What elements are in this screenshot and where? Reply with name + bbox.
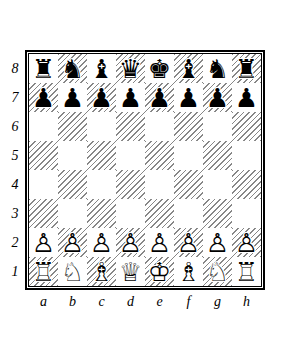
piece-halo: ♟ [29,83,58,112]
piece-halo: ♝ [174,54,203,83]
file-label-b: b [58,293,87,311]
black-bishop-icon: ♝ [87,54,116,83]
black-pawn-icon: ♟ [145,83,174,112]
black-king-icon: ♚ [145,54,174,83]
square-b3[interactable] [58,199,87,228]
square-a6[interactable] [29,112,58,141]
square-a3[interactable] [29,199,58,228]
square-b1[interactable]: ♞♘ [58,257,87,286]
square-c3[interactable] [87,199,116,228]
square-g1[interactable]: ♞♘ [203,257,232,286]
square-b2[interactable]: ♟♙ [58,228,87,257]
piece-halo: ♜ [232,54,261,83]
rank-label-2: 2 [8,228,22,257]
square-d2[interactable]: ♟♙ [116,228,145,257]
square-d6[interactable] [116,112,145,141]
square-a1[interactable]: ♜♖ [29,257,58,286]
square-h8[interactable]: ♜♜ [232,54,261,83]
file-labels: abcdefgh [29,293,261,311]
square-b6[interactable] [58,112,87,141]
square-a4[interactable] [29,170,58,199]
rank-label-7: 7 [8,83,22,112]
piece-halo: ♞ [58,54,87,83]
piece-halo: ♚ [145,257,174,286]
piece-halo: ♟ [116,83,145,112]
square-g7[interactable]: ♟♟ [203,83,232,112]
black-knight-icon: ♞ [58,54,87,83]
piece-halo: ♝ [87,54,116,83]
black-queen-icon: ♛ [116,54,145,83]
square-a2[interactable]: ♟♙ [29,228,58,257]
square-f1[interactable]: ♝♗ [174,257,203,286]
black-knight-icon: ♞ [203,54,232,83]
board-frame: ♜♜♞♞♝♝♛♛♚♚♝♝♞♞♜♜♟♟♟♟♟♟♟♟♟♟♟♟♟♟♟♟♟♙♟♙♟♙♟♙… [25,50,265,290]
file-label-d: d [116,293,145,311]
square-a7[interactable]: ♟♟ [29,83,58,112]
rank-label-4: 4 [8,170,22,199]
piece-halo: ♛ [116,257,145,286]
black-pawn-icon: ♟ [174,83,203,112]
square-d4[interactable] [116,170,145,199]
white-knight-icon: ♘ [203,257,232,286]
square-e7[interactable]: ♟♟ [145,83,174,112]
black-pawn-icon: ♟ [87,83,116,112]
piece-halo: ♟ [116,228,145,257]
piece-halo: ♟ [232,228,261,257]
square-c4[interactable] [87,170,116,199]
square-c8[interactable]: ♝♝ [87,54,116,83]
piece-halo: ♟ [145,228,174,257]
piece-halo: ♝ [87,257,116,286]
square-c2[interactable]: ♟♙ [87,228,116,257]
square-b4[interactable] [58,170,87,199]
square-f6[interactable] [174,112,203,141]
white-pawn-icon: ♙ [232,228,261,257]
square-g8[interactable]: ♞♞ [203,54,232,83]
square-g6[interactable] [203,112,232,141]
piece-halo: ♟ [87,228,116,257]
square-b7[interactable]: ♟♟ [58,83,87,112]
black-rook-icon: ♜ [29,54,58,83]
rank-label-5: 5 [8,141,22,170]
white-rook-icon: ♖ [232,257,261,286]
piece-halo: ♝ [174,257,203,286]
rank-label-8: 8 [8,54,22,83]
piece-halo: ♞ [58,257,87,286]
square-c6[interactable] [87,112,116,141]
white-pawn-icon: ♙ [87,228,116,257]
square-h5[interactable] [232,141,261,170]
square-h2[interactable]: ♟♙ [232,228,261,257]
black-rook-icon: ♜ [232,54,261,83]
square-a8[interactable]: ♜♜ [29,54,58,83]
square-e1[interactable]: ♚♔ [145,257,174,286]
white-pawn-icon: ♙ [58,228,87,257]
white-pawn-icon: ♙ [116,228,145,257]
square-f7[interactable]: ♟♟ [174,83,203,112]
chessboard: ♜♜♞♞♝♝♛♛♚♚♝♝♞♞♜♜♟♟♟♟♟♟♟♟♟♟♟♟♟♟♟♟♟♙♟♙♟♙♟♙… [29,54,261,286]
black-pawn-icon: ♟ [116,83,145,112]
piece-halo: ♟ [232,83,261,112]
square-c1[interactable]: ♝♗ [87,257,116,286]
piece-halo: ♜ [29,54,58,83]
white-pawn-icon: ♙ [29,228,58,257]
piece-halo: ♟ [174,228,203,257]
piece-halo: ♟ [29,228,58,257]
square-d3[interactable] [116,199,145,228]
square-f2[interactable]: ♟♙ [174,228,203,257]
square-h7[interactable]: ♟♟ [232,83,261,112]
square-f8[interactable]: ♝♝ [174,54,203,83]
file-label-h: h [232,293,261,311]
square-g4[interactable] [203,170,232,199]
piece-halo: ♞ [203,257,232,286]
file-label-f: f [174,293,203,311]
piece-halo: ♛ [116,54,145,83]
file-label-c: c [87,293,116,311]
square-h3[interactable] [232,199,261,228]
piece-halo: ♞ [203,54,232,83]
white-bishop-icon: ♗ [87,257,116,286]
piece-halo: ♟ [203,83,232,112]
square-e2[interactable]: ♟♙ [145,228,174,257]
white-bishop-icon: ♗ [174,257,203,286]
white-pawn-icon: ♙ [203,228,232,257]
rank-label-1: 1 [8,257,22,286]
square-e4[interactable] [145,170,174,199]
black-pawn-icon: ♟ [232,83,261,112]
piece-halo: ♟ [203,228,232,257]
chess-diagram: 87654321 ♜♜♞♞♝♝♛♛♚♚♝♝♞♞♜♜♟♟♟♟♟♟♟♟♟♟♟♟♟♟♟… [0,0,290,350]
square-g5[interactable] [203,141,232,170]
white-pawn-icon: ♙ [174,228,203,257]
white-king-icon: ♔ [145,257,174,286]
piece-halo: ♚ [145,54,174,83]
piece-halo: ♟ [174,83,203,112]
square-d5[interactable] [116,141,145,170]
square-d1[interactable]: ♛♕ [116,257,145,286]
white-pawn-icon: ♙ [145,228,174,257]
rank-label-6: 6 [8,112,22,141]
square-h6[interactable] [232,112,261,141]
square-f5[interactable] [174,141,203,170]
square-h1[interactable]: ♜♖ [232,257,261,286]
square-h4[interactable] [232,170,261,199]
square-c7[interactable]: ♟♟ [87,83,116,112]
square-b5[interactable] [58,141,87,170]
piece-halo: ♟ [87,83,116,112]
square-e6[interactable] [145,112,174,141]
rank-labels: 87654321 [8,54,22,286]
black-pawn-icon: ♟ [29,83,58,112]
file-label-g: g [203,293,232,311]
black-pawn-icon: ♟ [58,83,87,112]
white-queen-icon: ♕ [116,257,145,286]
square-e5[interactable] [145,141,174,170]
rank-label-3: 3 [8,199,22,228]
square-d7[interactable]: ♟♟ [116,83,145,112]
square-g3[interactable] [203,199,232,228]
white-rook-icon: ♖ [29,257,58,286]
black-bishop-icon: ♝ [174,54,203,83]
white-knight-icon: ♘ [58,257,87,286]
square-e3[interactable] [145,199,174,228]
file-label-e: e [145,293,174,311]
piece-halo: ♜ [232,257,261,286]
file-label-a: a [29,293,58,311]
piece-halo: ♟ [145,83,174,112]
board-inner-frame: ♜♜♞♞♝♝♛♛♚♚♝♝♞♞♜♜♟♟♟♟♟♟♟♟♟♟♟♟♟♟♟♟♟♙♟♙♟♙♟♙… [28,53,262,287]
square-f4[interactable] [174,170,203,199]
square-g2[interactable]: ♟♙ [203,228,232,257]
square-d8[interactable]: ♛♛ [116,54,145,83]
square-f3[interactable] [174,199,203,228]
square-a5[interactable] [29,141,58,170]
square-e8[interactable]: ♚♚ [145,54,174,83]
piece-halo: ♟ [58,228,87,257]
square-c5[interactable] [87,141,116,170]
piece-halo: ♜ [29,257,58,286]
black-pawn-icon: ♟ [203,83,232,112]
piece-halo: ♟ [58,83,87,112]
square-b8[interactable]: ♞♞ [58,54,87,83]
